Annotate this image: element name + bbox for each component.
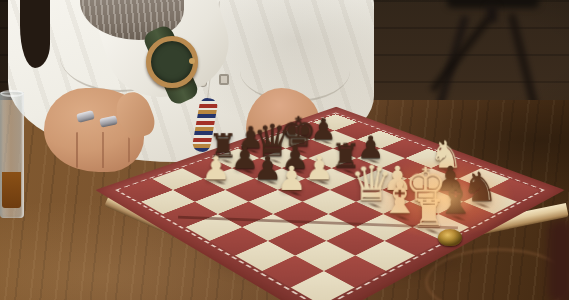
piece-white-pawn-d4: ♟ bbox=[267, 162, 316, 195]
shadow-gap bbox=[20, 0, 50, 68]
chess-board: ♞♟♟♟♞♚♜♟♚♝♟♛♟♟♛♝♜♜♟♟♟♟ bbox=[95, 107, 565, 300]
chess-board-stage: ♞♟♟♟♞♚♜♟♚♝♟♛♟♟♛♝♜♜♟♟♟♟ bbox=[164, 24, 496, 300]
photo-chess-scene: ♞♟♟♟♞♚♜♟♚♝♟♛♟♟♛♝♜♜♟♟♟♟ bbox=[0, 0, 569, 300]
chess-board-grid: ♞♟♟♟♞♚♜♟♚♝♟♛♟♟♛♝♜♜♟♟♟♟ bbox=[121, 114, 540, 300]
piece-white-pawn-b3: ♟ bbox=[192, 151, 239, 184]
square-h1 bbox=[291, 271, 355, 300]
square-b1 bbox=[141, 190, 195, 214]
whiskey-glass bbox=[0, 92, 24, 218]
blurred-foreground-object bbox=[548, 220, 569, 300]
brass-clasp bbox=[438, 229, 462, 246]
board-border-line: ♞♟♟♟♞♚♜♟♚♝♟♛♟♟♛♝♜♜♟♟♟♟ bbox=[115, 113, 545, 300]
